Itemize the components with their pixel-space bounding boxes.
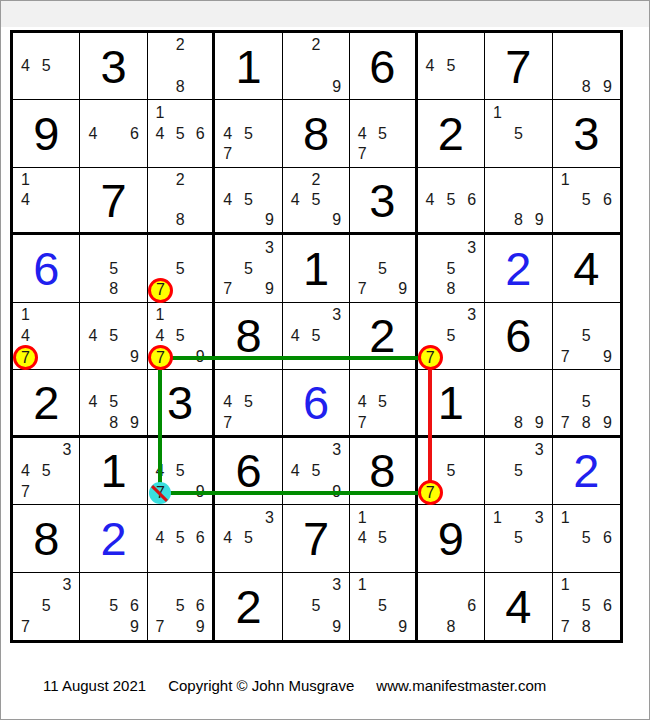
pencilmark-8 — [36, 481, 57, 502]
pencilmark-8 — [440, 346, 461, 367]
pencilmark-5 — [36, 190, 57, 210]
pencilmark-1 — [150, 440, 170, 461]
pencilmark-5: 5 — [306, 326, 327, 347]
pencilmark-8 — [36, 346, 57, 367]
pencilmark-9: 9 — [259, 279, 280, 300]
pencilmark-7 — [150, 210, 170, 230]
big-digit: 3 — [350, 168, 414, 232]
pencilmark-9 — [393, 413, 413, 433]
pencilmark-2 — [238, 372, 259, 392]
cell-r3c6[interactable]: 3 — [350, 168, 417, 235]
pencilmark-8: 8 — [103, 413, 124, 433]
pencilmark-3 — [57, 170, 78, 190]
cell-r6c8[interactable]: 89 — [485, 370, 552, 437]
pencilmark-9 — [461, 617, 482, 638]
pencilmark-8 — [238, 210, 259, 230]
pencilmark-6 — [190, 460, 210, 481]
pencilmark-5: 5 — [103, 326, 124, 347]
pencilmark-7: 7 — [217, 279, 238, 300]
pencilmark-2 — [170, 507, 190, 528]
pencilmark-4 — [150, 258, 170, 279]
pencilmark-2 — [440, 237, 461, 258]
candidates-grid: 569 — [82, 575, 144, 638]
pencilmark-4 — [285, 596, 306, 617]
candidates-grid: 579 — [352, 237, 412, 299]
pencilmark-6 — [326, 596, 347, 617]
cell-r7c6[interactable]: 8 — [350, 438, 417, 505]
cell-r4c8[interactable]: 2 — [485, 235, 552, 302]
cell-r4c1[interactable]: 6 — [13, 235, 80, 302]
pencilmark-3 — [190, 440, 210, 461]
cell-r1c3[interactable]: 28 — [148, 33, 215, 100]
cell-r7c9[interactable]: 2 — [553, 438, 620, 505]
pencilmark-9: 9 — [529, 413, 550, 433]
big-digit: 2 — [485, 235, 551, 301]
candidates-grid: 4589 — [82, 372, 144, 432]
pencilmark-7 — [285, 77, 306, 98]
pencilmark-4 — [487, 190, 508, 210]
cell-r3c4[interactable]: 459 — [215, 168, 282, 235]
pencilmark-9: 9 — [326, 210, 347, 230]
pencilmark-7 — [487, 210, 508, 230]
pencilmark-7: 7 — [555, 346, 576, 367]
pencilmark-3 — [190, 170, 210, 190]
pencilmark-1 — [555, 35, 576, 56]
footer-website[interactable]: www.manifestmaster.com — [376, 677, 546, 694]
pencilmark-4: 4 — [82, 392, 103, 412]
pencilmark-6 — [326, 56, 347, 77]
pencilmark-9 — [597, 549, 618, 570]
pencilmark-4: 4 — [352, 123, 372, 144]
pencilmark-6: 6 — [461, 596, 482, 617]
cell-r8c5[interactable]: 7 — [283, 505, 350, 572]
pencilmark-4 — [420, 326, 441, 347]
pencilmark-9: 9 — [124, 346, 145, 367]
pencilmark-8 — [170, 617, 190, 638]
pencilmark-6 — [57, 190, 78, 210]
pencilmark-8 — [576, 346, 597, 367]
pencilmark-8: 8 — [103, 279, 124, 300]
cell-r8c3[interactable]: 456 — [148, 505, 215, 572]
pencilmark-1 — [352, 102, 372, 123]
cell-r9c6[interactable]: 159 — [350, 573, 417, 640]
pencilmark-6: 6 — [597, 190, 618, 210]
pencilmark-2 — [306, 575, 327, 596]
cell-r8c4[interactable]: 345 — [215, 505, 282, 572]
pencilmark-4: 4 — [352, 528, 372, 549]
pencilmark-9 — [259, 144, 280, 165]
candidates-grid: 15678 — [555, 575, 618, 638]
pencilmark-5: 5 — [372, 392, 392, 412]
pencilmark-4 — [420, 460, 441, 481]
pencilmark-9: 9 — [190, 617, 210, 638]
candidates-grid: 156 — [555, 507, 618, 569]
pencilmark-1 — [285, 440, 306, 461]
pencilmark-5 — [440, 596, 461, 617]
cell-r8c2[interactable]: 2 — [80, 505, 147, 572]
cell-r6c9[interactable]: 5789 — [553, 370, 620, 437]
big-digit: 8 — [13, 505, 79, 571]
footer-date: 11 August 2021 — [43, 677, 146, 694]
candidates-grid: 345 — [285, 305, 347, 367]
pencilmark-7: 7 — [150, 617, 170, 638]
cell-r1c4[interactable]: 1 — [215, 33, 282, 100]
cell-r6c2[interactable]: 4589 — [80, 370, 147, 437]
cell-r6c6[interactable]: 457 — [350, 370, 417, 437]
pencilmark-9 — [124, 144, 145, 165]
pencilmark-3 — [190, 237, 210, 258]
cell-r3c9[interactable]: 156 — [553, 168, 620, 235]
cell-r3c2[interactable]: 7 — [80, 168, 147, 235]
pencilmark-9 — [529, 144, 550, 165]
pencilmark-7: 7 — [420, 481, 441, 502]
pencilmark-7 — [217, 210, 238, 230]
cell-r1c5[interactable]: 29 — [283, 33, 350, 100]
pencilmark-3 — [529, 170, 550, 190]
pencilmark-6 — [597, 326, 618, 347]
cell-r5c8[interactable]: 6 — [485, 303, 552, 370]
cell-r5c7[interactable]: 357 — [418, 303, 485, 370]
pencilmark-4: 4 — [217, 123, 238, 144]
pencilmark-1 — [82, 575, 103, 596]
pencilmark-4: 4 — [15, 326, 36, 347]
pencilmark-7 — [150, 77, 170, 98]
cell-r9c7[interactable]: 68 — [418, 573, 485, 640]
candidates-grid: 2459 — [285, 170, 347, 230]
pencilmark-5: 5 — [508, 123, 529, 144]
cell-r3c8[interactable]: 89 — [485, 168, 552, 235]
pencilmark-8 — [103, 617, 124, 638]
pencilmark-6 — [461, 258, 482, 279]
cell-r6c3[interactable]: 3 — [148, 370, 215, 437]
pencilmark-7: 7 — [217, 144, 238, 165]
pencilmark-2 — [238, 170, 259, 190]
cell-r2c1[interactable]: 9 — [13, 100, 80, 167]
candidates-grid: 5679 — [150, 575, 210, 638]
cell-r6c1[interactable]: 2 — [13, 370, 80, 437]
pencilmark-3 — [326, 35, 347, 56]
cell-r2c8[interactable]: 15 — [485, 100, 552, 167]
pencilmark-9 — [190, 77, 210, 98]
pencilmark-1 — [150, 507, 170, 528]
pencilmark-9: 9 — [190, 481, 210, 502]
pencilmark-9 — [57, 481, 78, 502]
pencilmark-1: 1 — [15, 305, 36, 326]
pencilmark-1: 1 — [487, 102, 508, 123]
cell-r9c3[interactable]: 5679 — [148, 573, 215, 640]
pencilmark-1 — [217, 170, 238, 190]
big-digit: 1 — [215, 33, 281, 99]
cell-r6c5[interactable]: 6 — [283, 370, 350, 437]
pencilmark-1 — [420, 237, 441, 258]
candidates-grid: 4579 — [150, 440, 210, 502]
cell-r7c2[interactable]: 1 — [80, 438, 147, 505]
cell-r7c4[interactable]: 6 — [215, 438, 282, 505]
pencilmark-8 — [508, 549, 529, 570]
pencilmark-3 — [57, 35, 78, 56]
pencilmark-7 — [420, 279, 441, 300]
cell-r1c6[interactable]: 6 — [350, 33, 417, 100]
cell-r2c9[interactable]: 3 — [553, 100, 620, 167]
pencilmark-3 — [529, 372, 550, 392]
pencilmark-5 — [508, 190, 529, 210]
pencilmark-9: 9 — [326, 617, 347, 638]
cell-r9c2[interactable]: 569 — [80, 573, 147, 640]
pencilmark-1 — [15, 575, 36, 596]
cell-r7c1[interactable]: 3457 — [13, 438, 80, 505]
candidates-grid: 68 — [420, 575, 482, 638]
pencilmark-5: 5 — [170, 528, 190, 549]
candidates-grid: 357 — [420, 305, 482, 367]
pencilmark-6: 6 — [190, 123, 210, 144]
pencilmark-7: 7 — [150, 481, 170, 502]
pencilmark-2 — [170, 102, 190, 123]
pencilmark-2: 2 — [170, 35, 190, 56]
pencilmark-2: 2 — [306, 170, 327, 190]
pencilmark-6 — [190, 258, 210, 279]
cell-r8c6[interactable]: 145 — [350, 505, 417, 572]
pencilmark-9: 9 — [393, 279, 413, 300]
pencilmark-4 — [555, 190, 576, 210]
pencilmark-2 — [372, 372, 392, 392]
big-digit: 1 — [418, 370, 484, 434]
pencilmark-7 — [150, 549, 170, 570]
pencilmark-6 — [461, 460, 482, 481]
cell-r4c2[interactable]: 58 — [80, 235, 147, 302]
pencilmark-7 — [82, 413, 103, 433]
pencilmark-9 — [259, 413, 280, 433]
pencilmark-4 — [555, 56, 576, 77]
pencilmark-3 — [190, 305, 210, 326]
pencilmark-6: 6 — [124, 123, 145, 144]
pencilmark-2 — [440, 170, 461, 190]
pencilmark-2 — [170, 440, 190, 461]
pencilmark-2 — [103, 102, 124, 123]
candidates-grid: 57 — [420, 440, 482, 502]
pencilmark-2 — [306, 305, 327, 326]
pencilmark-8: 8 — [576, 77, 597, 98]
cell-r5c3[interactable]: 14579 — [148, 303, 215, 370]
cell-r1c1[interactable]: 45 — [13, 33, 80, 100]
cell-r8c9[interactable]: 156 — [553, 505, 620, 572]
pencilmark-3 — [124, 575, 145, 596]
cell-r4c4[interactable]: 3579 — [215, 235, 282, 302]
cell-r9c4[interactable]: 2 — [215, 573, 282, 640]
pencilmark-1: 1 — [487, 507, 508, 528]
pencilmark-5: 5 — [440, 326, 461, 347]
candidates-grid: 579 — [555, 305, 618, 367]
pencilmark-3 — [597, 507, 618, 528]
pencilmark-5: 5 — [576, 528, 597, 549]
pencilmark-8 — [36, 210, 57, 230]
cell-r1c8[interactable]: 7 — [485, 33, 552, 100]
pencilmark-5: 5 — [306, 596, 327, 617]
pencilmark-8 — [170, 279, 190, 300]
pencilmark-1: 1 — [352, 575, 372, 596]
pencilmark-5: 5 — [36, 56, 57, 77]
candidates-grid: 89 — [487, 170, 549, 230]
pencilmark-6 — [190, 190, 210, 210]
pencilmark-4: 4 — [352, 392, 372, 412]
pencilmark-3 — [461, 35, 482, 56]
pencilmark-5: 5 — [103, 258, 124, 279]
pencilmark-3 — [190, 35, 210, 56]
candidates-grid: 457 — [352, 372, 412, 432]
pencilmark-4 — [217, 258, 238, 279]
pencilmark-7 — [555, 210, 576, 230]
pencilmark-2 — [103, 575, 124, 596]
cell-r4c6[interactable]: 579 — [350, 235, 417, 302]
candidates-grid: 45 — [15, 35, 77, 97]
pencilmark-6 — [597, 56, 618, 77]
cell-r4c5[interactable]: 1 — [283, 235, 350, 302]
pencilmark-2 — [36, 35, 57, 56]
pencilmark-7 — [285, 481, 306, 502]
pencilmark-9 — [393, 144, 413, 165]
pencilmark-9 — [461, 279, 482, 300]
pencilmark-4: 4 — [150, 460, 170, 481]
cell-r1c2[interactable]: 3 — [80, 33, 147, 100]
candidates-grid: 58 — [82, 237, 144, 299]
pencilmark-9: 9 — [124, 617, 145, 638]
pencilmark-3: 3 — [326, 305, 347, 326]
candidates-grid: 1456 — [150, 102, 210, 164]
pencilmark-5: 5 — [170, 258, 190, 279]
pencilmark-6 — [259, 528, 280, 549]
pencilmark-5: 5 — [238, 528, 259, 549]
cell-r7c7[interactable]: 57 — [418, 438, 485, 505]
pencilmark-8 — [306, 77, 327, 98]
big-digit: 3 — [553, 100, 620, 166]
cell-r3c1[interactable]: 14 — [13, 168, 80, 235]
cell-r3c3[interactable]: 28 — [148, 168, 215, 235]
pencilmark-4: 4 — [285, 460, 306, 481]
cell-r7c8[interactable]: 35 — [485, 438, 552, 505]
cell-r1c9[interactable]: 89 — [553, 33, 620, 100]
pencilmark-8 — [306, 617, 327, 638]
cell-r5c2[interactable]: 459 — [80, 303, 147, 370]
cell-r2c7[interactable]: 2 — [418, 100, 485, 167]
candidates-grid: 459 — [217, 170, 279, 230]
pencilmark-6 — [124, 392, 145, 412]
pencilmark-6 — [529, 460, 550, 481]
cell-r5c1[interactable]: 147 — [13, 303, 80, 370]
pencilmark-6 — [259, 190, 280, 210]
pencilmark-1 — [555, 372, 576, 392]
candidates-grid: 3459 — [285, 440, 347, 502]
pencilmark-1 — [82, 305, 103, 326]
cell-r7c3[interactable]: 4579 — [148, 438, 215, 505]
pencilmark-1 — [420, 575, 441, 596]
pencilmark-8: 8 — [170, 77, 190, 98]
cell-r8c1[interactable]: 8 — [13, 505, 80, 572]
pencilmark-3 — [190, 575, 210, 596]
pencilmark-2 — [576, 372, 597, 392]
cell-r9c8[interactable]: 4 — [485, 573, 552, 640]
big-digit: 8 — [350, 438, 414, 504]
pencilmark-4: 4 — [15, 56, 36, 77]
cell-r2c6[interactable]: 457 — [350, 100, 417, 167]
pencilmark-7: 7 — [150, 279, 170, 300]
pencilmark-2 — [372, 237, 392, 258]
cell-r5c9[interactable]: 579 — [553, 303, 620, 370]
pencilmark-4: 4 — [420, 190, 441, 210]
pencilmark-7 — [82, 346, 103, 367]
pencilmark-3 — [124, 102, 145, 123]
pencilmark-1: 1 — [555, 575, 576, 596]
cell-r6c7[interactable]: 1 — [418, 370, 485, 437]
pencilmark-1: 1 — [555, 170, 576, 190]
pencilmark-5: 5 — [36, 460, 57, 481]
pencilmark-8 — [103, 144, 124, 165]
cell-r3c5[interactable]: 2459 — [283, 168, 350, 235]
pencilmark-3: 3 — [461, 305, 482, 326]
pencilmark-2 — [440, 575, 461, 596]
candidates-grid: 5789 — [555, 372, 618, 432]
cell-r4c9[interactable]: 4 — [553, 235, 620, 302]
pencilmark-8 — [508, 144, 529, 165]
pencilmark-1 — [555, 305, 576, 326]
cell-r1c7[interactable]: 45 — [418, 33, 485, 100]
pencilmark-7 — [285, 617, 306, 638]
candidates-grid: 28 — [150, 35, 210, 97]
cell-r2c2[interactable]: 46 — [80, 100, 147, 167]
pencilmark-5: 5 — [103, 392, 124, 412]
pencilmark-3: 3 — [326, 440, 347, 461]
pencilmark-2 — [238, 237, 259, 258]
pencilmark-5: 5 — [238, 392, 259, 412]
cell-r2c5[interactable]: 8 — [283, 100, 350, 167]
cell-r4c7[interactable]: 358 — [418, 235, 485, 302]
pencilmark-5: 5 — [372, 528, 392, 549]
cell-r6c4[interactable]: 457 — [215, 370, 282, 437]
candidates-grid: 358 — [420, 237, 482, 299]
cell-r5c5[interactable]: 345 — [283, 303, 350, 370]
pencilmark-9: 9 — [259, 210, 280, 230]
pencilmark-6 — [190, 56, 210, 77]
pencilmark-5: 5 — [103, 596, 124, 617]
pencilmark-5: 5 — [170, 460, 190, 481]
pencilmark-3 — [461, 440, 482, 461]
pencilmark-5: 5 — [306, 460, 327, 481]
cell-r8c8[interactable]: 135 — [485, 505, 552, 572]
pencilmark-3 — [393, 507, 413, 528]
cell-r3c7[interactable]: 456 — [418, 168, 485, 235]
cell-r9c5[interactable]: 359 — [283, 573, 350, 640]
cell-r2c4[interactable]: 457 — [215, 100, 282, 167]
cell-r5c6[interactable]: 2 — [350, 303, 417, 370]
pencilmark-1 — [420, 170, 441, 190]
pencilmark-7 — [420, 77, 441, 98]
pencilmark-7 — [487, 144, 508, 165]
pencilmark-3 — [529, 102, 550, 123]
pencilmark-6 — [393, 123, 413, 144]
cell-r9c1[interactable]: 357 — [13, 573, 80, 640]
pencilmark-2: 2 — [170, 170, 190, 190]
pencilmark-2 — [576, 170, 597, 190]
big-digit: 7 — [485, 33, 551, 99]
pencilmark-5: 5 — [576, 596, 597, 617]
big-digit: 2 — [13, 370, 79, 434]
candidates-grid: 14579 — [150, 305, 210, 367]
cell-r2c3[interactable]: 1456 — [148, 100, 215, 167]
cell-r8c7[interactable]: 9 — [418, 505, 485, 572]
cell-r5c4[interactable]: 8 — [215, 303, 282, 370]
cell-r4c3[interactable]: 57 — [148, 235, 215, 302]
cell-r9c9[interactable]: 15678 — [553, 573, 620, 640]
cell-r7c5[interactable]: 3459 — [283, 438, 350, 505]
pencilmark-8 — [372, 413, 392, 433]
